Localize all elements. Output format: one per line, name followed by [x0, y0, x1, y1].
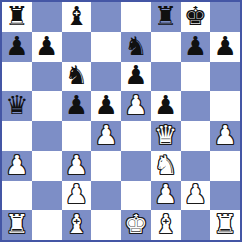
square-a5[interactable]: ♛ — [2, 91, 32, 121]
square-f3[interactable]: ♞ — [151, 151, 181, 181]
square-g1[interactable] — [181, 210, 211, 240]
square-f2[interactable]: ♟ — [151, 181, 181, 211]
square-c7[interactable] — [62, 32, 92, 62]
square-h7[interactable]: ♟ — [210, 32, 240, 62]
square-d4[interactable]: ♟ — [91, 121, 121, 151]
square-a7[interactable]: ♟ — [2, 32, 32, 62]
black-pawn-icon: ♟ — [35, 33, 58, 59]
white-pawn-icon: ♟ — [184, 181, 207, 207]
square-e1[interactable]: ♚ — [121, 210, 151, 240]
black-queen-icon: ♛ — [5, 92, 28, 118]
square-g7[interactable]: ♟ — [181, 32, 211, 62]
square-d7[interactable] — [91, 32, 121, 62]
square-d1[interactable] — [91, 210, 121, 240]
square-a2[interactable] — [2, 181, 32, 211]
square-h2[interactable] — [210, 181, 240, 211]
square-a3[interactable]: ♟ — [2, 151, 32, 181]
white-rook-icon: ♜ — [5, 211, 28, 237]
black-pawn-icon: ♟ — [65, 92, 88, 118]
square-d5[interactable]: ♟ — [91, 91, 121, 121]
square-f4[interactable]: ♛ — [151, 121, 181, 151]
square-e5[interactable]: ♟ — [121, 91, 151, 121]
square-e2[interactable] — [121, 181, 151, 211]
square-c8[interactable]: ♝ — [62, 2, 92, 32]
square-d8[interactable] — [91, 2, 121, 32]
black-pawn-icon: ♟ — [154, 92, 177, 118]
black-knight-icon: ♞ — [65, 62, 88, 88]
black-king-icon: ♚ — [184, 3, 207, 29]
square-a4[interactable] — [2, 121, 32, 151]
white-pawn-icon: ♟ — [124, 92, 147, 118]
square-g4[interactable] — [181, 121, 211, 151]
white-bishop-icon: ♝ — [154, 211, 177, 237]
square-g8[interactable]: ♚ — [181, 2, 211, 32]
square-b5[interactable] — [32, 91, 62, 121]
black-pawn-icon: ♟ — [5, 33, 28, 59]
square-h8[interactable] — [210, 2, 240, 32]
white-pawn-icon: ♟ — [65, 152, 88, 178]
square-g6[interactable] — [181, 62, 211, 92]
chess-position-screenshot: ♜♝♜♚♟♟♞♟♟♞♟♛♟♟♟♟♟♛♟♟♟♞♟♟♟♜♝♚♝♜ — [0, 0, 242, 242]
square-f8[interactable]: ♜ — [151, 2, 181, 32]
white-pawn-icon: ♟ — [5, 152, 28, 178]
square-b3[interactable] — [32, 151, 62, 181]
square-c4[interactable] — [62, 121, 92, 151]
square-e3[interactable] — [121, 151, 151, 181]
chess-board: ♜♝♜♚♟♟♞♟♟♞♟♛♟♟♟♟♟♛♟♟♟♞♟♟♟♜♝♚♝♜ — [0, 0, 242, 242]
square-a1[interactable]: ♜ — [2, 210, 32, 240]
square-e8[interactable] — [121, 2, 151, 32]
square-c2[interactable]: ♟ — [62, 181, 92, 211]
square-e7[interactable]: ♞ — [121, 32, 151, 62]
white-pawn-icon: ♟ — [213, 122, 236, 148]
black-bishop-icon: ♝ — [65, 3, 88, 29]
square-h6[interactable] — [210, 62, 240, 92]
square-g5[interactable] — [181, 91, 211, 121]
square-b6[interactable] — [32, 62, 62, 92]
white-king-icon: ♚ — [124, 211, 147, 237]
white-knight-icon: ♞ — [154, 152, 177, 178]
white-pawn-icon: ♟ — [154, 181, 177, 207]
square-c5[interactable]: ♟ — [62, 91, 92, 121]
square-c6[interactable]: ♞ — [62, 62, 92, 92]
square-b8[interactable] — [32, 2, 62, 32]
square-c3[interactable]: ♟ — [62, 151, 92, 181]
square-g2[interactable]: ♟ — [181, 181, 211, 211]
square-d3[interactable] — [91, 151, 121, 181]
white-pawn-icon: ♟ — [65, 181, 88, 207]
square-a8[interactable]: ♜ — [2, 2, 32, 32]
square-d6[interactable] — [91, 62, 121, 92]
square-b7[interactable]: ♟ — [32, 32, 62, 62]
black-pawn-icon: ♟ — [184, 33, 207, 59]
square-f5[interactable]: ♟ — [151, 91, 181, 121]
square-g3[interactable] — [181, 151, 211, 181]
square-e6[interactable]: ♟ — [121, 62, 151, 92]
square-b4[interactable] — [32, 121, 62, 151]
square-f1[interactable]: ♝ — [151, 210, 181, 240]
black-pawn-icon: ♟ — [124, 62, 147, 88]
square-b1[interactable] — [32, 210, 62, 240]
square-e4[interactable] — [121, 121, 151, 151]
black-rook-icon: ♜ — [5, 3, 28, 29]
square-f7[interactable] — [151, 32, 181, 62]
square-h5[interactable] — [210, 91, 240, 121]
black-pawn-icon: ♟ — [94, 92, 117, 118]
square-h3[interactable] — [210, 151, 240, 181]
black-pawn-icon: ♟ — [213, 33, 236, 59]
square-h4[interactable]: ♟ — [210, 121, 240, 151]
black-rook-icon: ♜ — [154, 3, 177, 29]
white-bishop-icon: ♝ — [65, 211, 88, 237]
white-queen-icon: ♛ — [154, 122, 177, 148]
square-d2[interactable] — [91, 181, 121, 211]
white-rook-icon: ♜ — [213, 211, 236, 237]
square-c1[interactable]: ♝ — [62, 210, 92, 240]
square-f6[interactable] — [151, 62, 181, 92]
white-pawn-icon: ♟ — [94, 122, 117, 148]
black-knight-icon: ♞ — [124, 33, 147, 59]
square-h1[interactable]: ♜ — [210, 210, 240, 240]
square-a6[interactable] — [2, 62, 32, 92]
square-b2[interactable] — [32, 181, 62, 211]
